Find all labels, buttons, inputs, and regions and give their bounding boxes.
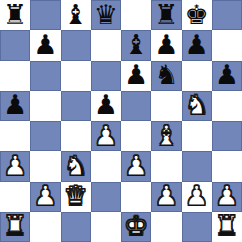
square-e3[interactable]: ♟ <box>121 151 151 181</box>
white-knight[interactable]: ♞ <box>64 152 88 179</box>
black-pawn[interactable]: ♟ <box>94 91 118 118</box>
square-e7[interactable]: ♝ <box>121 30 151 60</box>
white-pawn[interactable]: ♟ <box>215 182 239 209</box>
square-b4[interactable] <box>30 121 60 151</box>
square-g4[interactable] <box>182 121 212 151</box>
square-h6[interactable]: ♟ <box>212 61 242 91</box>
square-g3[interactable] <box>182 151 212 181</box>
chess-board: ♜♝♛♜♚♟♝♟♟♟♞♟♟♟♞♟♝♟♞♟♟♛♟♟♟♜♚♜ <box>0 0 242 242</box>
square-a1[interactable]: ♜ <box>0 212 30 242</box>
white-pawn[interactable]: ♟ <box>94 122 118 149</box>
square-h8[interactable] <box>212 0 242 30</box>
square-c1[interactable] <box>61 212 91 242</box>
square-a3[interactable]: ♟ <box>0 151 30 181</box>
white-rook[interactable]: ♜ <box>215 212 239 239</box>
square-e8[interactable] <box>121 0 151 30</box>
black-queen[interactable]: ♛ <box>94 1 118 28</box>
square-c6[interactable] <box>61 61 91 91</box>
black-pawn[interactable]: ♟ <box>154 31 178 58</box>
black-rook[interactable]: ♜ <box>154 1 178 28</box>
white-king[interactable]: ♚ <box>124 212 148 239</box>
square-f3[interactable] <box>151 151 181 181</box>
square-b5[interactable] <box>30 91 60 121</box>
white-rook[interactable]: ♜ <box>3 212 27 239</box>
square-c8[interactable]: ♝ <box>61 0 91 30</box>
white-queen[interactable]: ♛ <box>64 182 88 209</box>
square-f6[interactable]: ♞ <box>151 61 181 91</box>
square-f5[interactable] <box>151 91 181 121</box>
square-c5[interactable] <box>61 91 91 121</box>
square-c4[interactable] <box>61 121 91 151</box>
square-d2[interactable] <box>91 182 121 212</box>
square-g2[interactable]: ♟ <box>182 182 212 212</box>
black-bishop[interactable]: ♝ <box>124 31 148 58</box>
square-h2[interactable]: ♟ <box>212 182 242 212</box>
square-c3[interactable]: ♞ <box>61 151 91 181</box>
square-d3[interactable] <box>91 151 121 181</box>
square-e2[interactable] <box>121 182 151 212</box>
square-h3[interactable] <box>212 151 242 181</box>
white-pawn[interactable]: ♟ <box>3 152 27 179</box>
square-f8[interactable]: ♜ <box>151 0 181 30</box>
square-e5[interactable] <box>121 91 151 121</box>
black-pawn[interactable]: ♟ <box>185 31 209 58</box>
black-pawn[interactable]: ♟ <box>124 61 148 88</box>
square-b8[interactable] <box>30 0 60 30</box>
square-a6[interactable] <box>0 61 30 91</box>
square-a8[interactable]: ♜ <box>0 0 30 30</box>
square-g6[interactable] <box>182 61 212 91</box>
square-f4[interactable]: ♝ <box>151 121 181 151</box>
black-pawn[interactable]: ♟ <box>215 61 239 88</box>
square-c2[interactable]: ♛ <box>61 182 91 212</box>
black-rook[interactable]: ♜ <box>3 1 27 28</box>
square-h5[interactable] <box>212 91 242 121</box>
square-e6[interactable]: ♟ <box>121 61 151 91</box>
square-b3[interactable] <box>30 151 60 181</box>
white-pawn[interactable]: ♟ <box>33 182 57 209</box>
square-c7[interactable] <box>61 30 91 60</box>
square-d4[interactable]: ♟ <box>91 121 121 151</box>
square-d8[interactable]: ♛ <box>91 0 121 30</box>
square-e1[interactable]: ♚ <box>121 212 151 242</box>
square-e4[interactable] <box>121 121 151 151</box>
square-h1[interactable]: ♜ <box>212 212 242 242</box>
white-pawn[interactable]: ♟ <box>185 182 209 209</box>
black-pawn[interactable]: ♟ <box>3 91 27 118</box>
square-f2[interactable]: ♟ <box>151 182 181 212</box>
square-a2[interactable] <box>0 182 30 212</box>
square-h7[interactable] <box>212 30 242 60</box>
square-a5[interactable]: ♟ <box>0 91 30 121</box>
square-b1[interactable] <box>30 212 60 242</box>
white-pawn[interactable]: ♟ <box>154 182 178 209</box>
black-bishop[interactable]: ♝ <box>64 1 88 28</box>
white-bishop[interactable]: ♝ <box>154 122 178 149</box>
square-d1[interactable] <box>91 212 121 242</box>
square-f7[interactable]: ♟ <box>151 30 181 60</box>
square-g8[interactable]: ♚ <box>182 0 212 30</box>
square-f1[interactable] <box>151 212 181 242</box>
square-g1[interactable] <box>182 212 212 242</box>
square-b6[interactable] <box>30 61 60 91</box>
square-b2[interactable]: ♟ <box>30 182 60 212</box>
square-g5[interactable]: ♞ <box>182 91 212 121</box>
square-g7[interactable]: ♟ <box>182 30 212 60</box>
black-knight[interactable]: ♞ <box>154 61 178 88</box>
square-d6[interactable] <box>91 61 121 91</box>
square-d5[interactable]: ♟ <box>91 91 121 121</box>
square-b7[interactable]: ♟ <box>30 30 60 60</box>
square-d7[interactable] <box>91 30 121 60</box>
black-king[interactable]: ♚ <box>185 1 209 28</box>
square-a7[interactable] <box>0 30 30 60</box>
white-pawn[interactable]: ♟ <box>124 152 148 179</box>
black-pawn[interactable]: ♟ <box>33 31 57 58</box>
square-a4[interactable] <box>0 121 30 151</box>
white-knight[interactable]: ♞ <box>185 91 209 118</box>
square-h4[interactable] <box>212 121 242 151</box>
